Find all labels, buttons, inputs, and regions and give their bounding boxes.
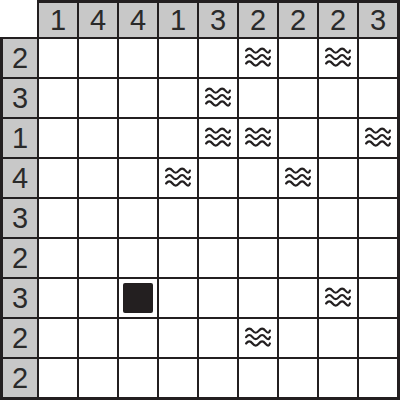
cell-empty[interactable] bbox=[319, 359, 357, 397]
cell-empty[interactable] bbox=[79, 319, 117, 357]
cell-empty[interactable] bbox=[39, 159, 77, 197]
row-clue: 3 bbox=[3, 279, 37, 317]
cell-empty[interactable] bbox=[119, 319, 157, 357]
cell-empty[interactable] bbox=[319, 79, 357, 117]
cell-empty[interactable] bbox=[159, 199, 197, 237]
row-clue: 2 bbox=[3, 239, 37, 277]
cell-water[interactable] bbox=[199, 119, 237, 157]
cell-empty[interactable] bbox=[199, 159, 237, 197]
cell-empty[interactable] bbox=[39, 279, 77, 317]
cell-empty[interactable] bbox=[39, 239, 77, 277]
ship-segment-square bbox=[123, 283, 153, 313]
row-clue: 4 bbox=[3, 159, 37, 197]
cell-empty[interactable] bbox=[239, 199, 277, 237]
cell-empty[interactable] bbox=[359, 279, 397, 317]
cell-empty[interactable] bbox=[359, 159, 397, 197]
row-clue: 1 bbox=[3, 119, 37, 157]
column-clue: 2 bbox=[319, 3, 357, 37]
cell-empty[interactable] bbox=[79, 79, 117, 117]
cell-empty[interactable] bbox=[159, 39, 197, 77]
column-clue: 1 bbox=[39, 3, 77, 37]
cell-empty[interactable] bbox=[79, 239, 117, 277]
cell-water[interactable] bbox=[319, 39, 357, 77]
column-clue: 1 bbox=[159, 3, 197, 37]
water-waves-icon bbox=[204, 87, 232, 109]
cell-empty[interactable] bbox=[359, 79, 397, 117]
cell-empty[interactable] bbox=[79, 159, 117, 197]
cell-empty[interactable] bbox=[39, 39, 77, 77]
cell-empty[interactable] bbox=[159, 279, 197, 317]
cell-water[interactable] bbox=[319, 279, 357, 317]
cell-empty[interactable] bbox=[279, 239, 317, 277]
cell-empty[interactable] bbox=[159, 359, 197, 397]
cell-empty[interactable] bbox=[239, 239, 277, 277]
cell-empty[interactable] bbox=[319, 199, 357, 237]
cell-empty[interactable] bbox=[79, 359, 117, 397]
water-waves-icon bbox=[244, 47, 272, 69]
row-clue: 2 bbox=[3, 39, 37, 77]
cell-empty[interactable] bbox=[159, 119, 197, 157]
column-clue: 4 bbox=[79, 3, 117, 37]
cell-empty[interactable] bbox=[119, 119, 157, 157]
cell-empty[interactable] bbox=[39, 319, 77, 357]
cell-empty[interactable] bbox=[119, 39, 157, 77]
water-waves-icon bbox=[244, 127, 272, 149]
water-waves-icon bbox=[244, 327, 272, 349]
cell-empty[interactable] bbox=[279, 39, 317, 77]
cell-empty[interactable] bbox=[199, 39, 237, 77]
cell-water[interactable] bbox=[359, 119, 397, 157]
row-clue: 2 bbox=[3, 319, 37, 357]
water-waves-icon bbox=[164, 167, 192, 189]
cell-empty[interactable] bbox=[199, 239, 237, 277]
column-clue: 2 bbox=[279, 3, 317, 37]
cell-empty[interactable] bbox=[239, 359, 277, 397]
cell-empty[interactable] bbox=[79, 39, 117, 77]
cell-empty[interactable] bbox=[39, 199, 77, 237]
water-waves-icon bbox=[284, 167, 312, 189]
cell-empty[interactable] bbox=[79, 199, 117, 237]
battleship-board: 144132223231432322 bbox=[0, 0, 400, 400]
cell-empty[interactable] bbox=[39, 119, 77, 157]
row-clue: 2 bbox=[3, 359, 37, 397]
cell-empty[interactable] bbox=[239, 79, 277, 117]
cell-empty[interactable] bbox=[199, 279, 237, 317]
cell-empty[interactable] bbox=[279, 279, 317, 317]
cell-ship[interactable] bbox=[119, 279, 157, 317]
cell-empty[interactable] bbox=[359, 359, 397, 397]
column-clue: 3 bbox=[199, 3, 237, 37]
cell-empty[interactable] bbox=[39, 359, 77, 397]
cell-empty[interactable] bbox=[79, 119, 117, 157]
cell-water[interactable] bbox=[199, 79, 237, 117]
cell-empty[interactable] bbox=[199, 359, 237, 397]
water-waves-icon bbox=[324, 287, 352, 309]
cell-empty[interactable] bbox=[119, 79, 157, 117]
cell-empty[interactable] bbox=[319, 239, 357, 277]
cell-empty[interactable] bbox=[319, 119, 357, 157]
cell-empty[interactable] bbox=[39, 79, 77, 117]
cell-empty[interactable] bbox=[279, 199, 317, 237]
cell-empty[interactable] bbox=[359, 39, 397, 77]
row-clue: 3 bbox=[3, 79, 37, 117]
cell-empty[interactable] bbox=[279, 119, 317, 157]
cell-water[interactable] bbox=[279, 159, 317, 197]
cell-empty[interactable] bbox=[279, 79, 317, 117]
cell-empty[interactable] bbox=[119, 359, 157, 397]
corner-cell bbox=[0, 0, 37, 37]
column-clue: 4 bbox=[119, 3, 157, 37]
column-clue: 2 bbox=[239, 3, 277, 37]
cell-water[interactable] bbox=[159, 159, 197, 197]
cell-empty[interactable] bbox=[119, 159, 157, 197]
cell-empty[interactable] bbox=[159, 79, 197, 117]
cell-empty[interactable] bbox=[279, 359, 317, 397]
cell-empty[interactable] bbox=[119, 239, 157, 277]
row-clue: 3 bbox=[3, 199, 37, 237]
cell-empty[interactable] bbox=[159, 319, 197, 357]
cell-empty[interactable] bbox=[359, 319, 397, 357]
cell-empty[interactable] bbox=[159, 239, 197, 277]
cell-empty[interactable] bbox=[359, 239, 397, 277]
cell-water[interactable] bbox=[239, 319, 277, 357]
water-waves-icon bbox=[204, 127, 232, 149]
water-waves-icon bbox=[364, 127, 392, 149]
cell-water[interactable] bbox=[239, 39, 277, 77]
cell-empty[interactable] bbox=[119, 199, 157, 237]
cell-empty[interactable] bbox=[239, 279, 277, 317]
cell-empty[interactable] bbox=[319, 319, 357, 357]
cell-empty[interactable] bbox=[359, 199, 397, 237]
cell-empty[interactable] bbox=[279, 319, 317, 357]
cell-empty[interactable] bbox=[199, 199, 237, 237]
cell-empty[interactable] bbox=[79, 279, 117, 317]
cell-empty[interactable] bbox=[239, 159, 277, 197]
cell-empty[interactable] bbox=[319, 159, 357, 197]
water-waves-icon bbox=[324, 47, 352, 69]
column-clue: 3 bbox=[359, 3, 397, 37]
cell-empty[interactable] bbox=[199, 319, 237, 357]
cell-water[interactable] bbox=[239, 119, 277, 157]
